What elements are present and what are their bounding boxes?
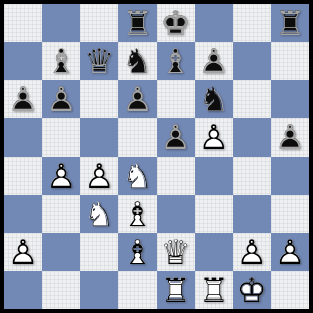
square-e7[interactable]: ♝♗ [157, 42, 195, 80]
piece-glyph-fill: ♟ [195, 118, 233, 156]
square-d1[interactable] [118, 271, 156, 309]
chess-board: ♜♖♚♔♜♖♝♗♛♕♞♘♝♗♟♙♟♙♟♙♟♙♞♘♟♙♟♙♟♙♟♙♟♙♞♘♞♘♝♗… [4, 4, 309, 309]
square-f2[interactable] [195, 233, 233, 271]
square-a1[interactable] [4, 271, 42, 309]
piece-glyph-fill: ♟ [271, 118, 309, 156]
square-g5[interactable] [233, 118, 271, 156]
square-d3[interactable]: ♝♗ [118, 195, 156, 233]
square-e6[interactable] [157, 80, 195, 118]
square-f8[interactable] [195, 4, 233, 42]
piece-glyph-fill: ♟ [42, 157, 80, 195]
piece-glyph-outline: ♗ [157, 42, 195, 80]
square-b2[interactable] [42, 233, 80, 271]
square-a2[interactable]: ♟♙ [4, 233, 42, 271]
piece-glyph-fill: ♜ [195, 271, 233, 309]
square-b5[interactable] [42, 118, 80, 156]
white-pawn[interactable]: ♟♙ [42, 157, 80, 195]
square-g4[interactable] [233, 157, 271, 195]
square-g6[interactable] [233, 80, 271, 118]
piece-glyph-outline: ♙ [4, 233, 42, 271]
piece-glyph-outline: ♖ [271, 4, 309, 42]
square-f6[interactable]: ♞♘ [195, 80, 233, 118]
square-c1[interactable] [80, 271, 118, 309]
white-king[interactable]: ♚♔ [233, 271, 271, 309]
square-f3[interactable] [195, 195, 233, 233]
piece-glyph-outline: ♗ [118, 233, 156, 271]
piece-glyph-fill: ♞ [195, 80, 233, 118]
square-a8[interactable] [4, 4, 42, 42]
piece-glyph-fill: ♟ [195, 42, 233, 80]
piece-glyph-fill: ♞ [118, 157, 156, 195]
square-e1[interactable]: ♜♖ [157, 271, 195, 309]
square-e8[interactable]: ♚♔ [157, 4, 195, 42]
piece-glyph-fill: ♞ [118, 42, 156, 80]
square-a5[interactable] [4, 118, 42, 156]
white-rook[interactable]: ♜♖ [157, 271, 195, 309]
piece-glyph-fill: ♟ [118, 80, 156, 118]
square-b6[interactable]: ♟♙ [42, 80, 80, 118]
piece-glyph-fill: ♟ [42, 80, 80, 118]
piece-glyph-outline: ♙ [157, 118, 195, 156]
square-h7[interactable] [271, 42, 309, 80]
black-pawn[interactable]: ♟♙ [42, 80, 80, 118]
piece-glyph-fill: ♟ [157, 118, 195, 156]
square-h8[interactable]: ♜♖ [271, 4, 309, 42]
white-queen[interactable]: ♛♕ [157, 233, 195, 271]
square-e2[interactable]: ♛♕ [157, 233, 195, 271]
square-e5[interactable]: ♟♙ [157, 118, 195, 156]
white-pawn[interactable]: ♟♙ [271, 233, 309, 271]
piece-glyph-outline: ♕ [80, 42, 118, 80]
black-bishop[interactable]: ♝♗ [42, 42, 80, 80]
square-g1[interactable]: ♚♔ [233, 271, 271, 309]
piece-glyph-outline: ♗ [42, 42, 80, 80]
square-g7[interactable] [233, 42, 271, 80]
piece-glyph-outline: ♗ [118, 195, 156, 233]
black-pawn[interactable]: ♟♙ [118, 80, 156, 118]
square-b3[interactable] [42, 195, 80, 233]
square-c3[interactable]: ♞♘ [80, 195, 118, 233]
square-c5[interactable] [80, 118, 118, 156]
black-rook[interactable]: ♜♖ [271, 4, 309, 42]
square-a4[interactable] [4, 157, 42, 195]
square-d7[interactable]: ♞♘ [118, 42, 156, 80]
piece-glyph-fill: ♛ [80, 42, 118, 80]
square-d8[interactable]: ♜♖ [118, 4, 156, 42]
piece-glyph-outline: ♙ [271, 233, 309, 271]
square-d4[interactable]: ♞♘ [118, 157, 156, 195]
square-a6[interactable]: ♟♙ [4, 80, 42, 118]
piece-glyph-fill: ♝ [157, 42, 195, 80]
white-knight[interactable]: ♞♘ [80, 195, 118, 233]
piece-glyph-fill: ♞ [80, 195, 118, 233]
square-h3[interactable] [271, 195, 309, 233]
black-knight[interactable]: ♞♘ [195, 80, 233, 118]
piece-glyph-outline: ♙ [195, 118, 233, 156]
black-bishop[interactable]: ♝♗ [157, 42, 195, 80]
white-rook[interactable]: ♜♖ [195, 271, 233, 309]
square-e3[interactable] [157, 195, 195, 233]
square-g3[interactable] [233, 195, 271, 233]
square-c4[interactable]: ♟♙ [80, 157, 118, 195]
piece-glyph-outline: ♖ [195, 271, 233, 309]
black-pawn[interactable]: ♟♙ [4, 80, 42, 118]
square-b1[interactable] [42, 271, 80, 309]
black-king[interactable]: ♚♔ [157, 4, 195, 42]
piece-glyph-outline: ♙ [42, 80, 80, 118]
white-pawn[interactable]: ♟♙ [80, 157, 118, 195]
piece-glyph-fill: ♜ [118, 4, 156, 42]
white-pawn[interactable]: ♟♙ [195, 118, 233, 156]
piece-glyph-fill: ♝ [42, 42, 80, 80]
piece-glyph-outline: ♙ [233, 233, 271, 271]
square-c6[interactable] [80, 80, 118, 118]
square-a7[interactable] [4, 42, 42, 80]
white-bishop[interactable]: ♝♗ [118, 195, 156, 233]
black-pawn[interactable]: ♟♙ [157, 118, 195, 156]
square-e4[interactable] [157, 157, 195, 195]
piece-glyph-outline: ♕ [157, 233, 195, 271]
white-knight[interactable]: ♞♘ [118, 157, 156, 195]
black-pawn[interactable]: ♟♙ [195, 42, 233, 80]
piece-glyph-outline: ♙ [271, 118, 309, 156]
square-c7[interactable]: ♛♕ [80, 42, 118, 80]
piece-glyph-fill: ♜ [271, 4, 309, 42]
square-f4[interactable] [195, 157, 233, 195]
square-g2[interactable]: ♟♙ [233, 233, 271, 271]
square-h4[interactable] [271, 157, 309, 195]
black-knight[interactable]: ♞♘ [118, 42, 156, 80]
piece-glyph-outline: ♘ [118, 157, 156, 195]
piece-glyph-fill: ♟ [271, 233, 309, 271]
square-f1[interactable]: ♜♖ [195, 271, 233, 309]
square-h1[interactable] [271, 271, 309, 309]
piece-glyph-outline: ♙ [80, 157, 118, 195]
piece-glyph-outline: ♔ [233, 271, 271, 309]
piece-glyph-fill: ♟ [4, 233, 42, 271]
piece-glyph-outline: ♙ [42, 157, 80, 195]
square-b7[interactable]: ♝♗ [42, 42, 80, 80]
piece-glyph-outline: ♙ [195, 42, 233, 80]
piece-glyph-outline: ♙ [4, 80, 42, 118]
square-h5[interactable]: ♟♙ [271, 118, 309, 156]
square-d2[interactable]: ♝♗ [118, 233, 156, 271]
piece-glyph-fill: ♚ [233, 271, 271, 309]
piece-glyph-outline: ♔ [157, 4, 195, 42]
black-queen[interactable]: ♛♕ [80, 42, 118, 80]
square-h6[interactable] [271, 80, 309, 118]
square-c8[interactable] [80, 4, 118, 42]
square-h2[interactable]: ♟♙ [271, 233, 309, 271]
square-f5[interactable]: ♟♙ [195, 118, 233, 156]
white-pawn[interactable]: ♟♙ [233, 233, 271, 271]
piece-glyph-outline: ♘ [80, 195, 118, 233]
black-rook[interactable]: ♜♖ [118, 4, 156, 42]
piece-glyph-fill: ♚ [157, 4, 195, 42]
piece-glyph-outline: ♘ [195, 80, 233, 118]
square-f7[interactable]: ♟♙ [195, 42, 233, 80]
square-b8[interactable] [42, 4, 80, 42]
piece-glyph-fill: ♛ [157, 233, 195, 271]
square-c2[interactable] [80, 233, 118, 271]
piece-glyph-outline: ♘ [118, 42, 156, 80]
square-d6[interactable]: ♟♙ [118, 80, 156, 118]
white-bishop[interactable]: ♝♗ [118, 233, 156, 271]
piece-glyph-outline: ♙ [118, 80, 156, 118]
piece-glyph-fill: ♟ [4, 80, 42, 118]
square-b4[interactable]: ♟♙ [42, 157, 80, 195]
square-g8[interactable] [233, 4, 271, 42]
square-d5[interactable] [118, 118, 156, 156]
piece-glyph-outline: ♖ [118, 4, 156, 42]
piece-glyph-fill: ♝ [118, 195, 156, 233]
piece-glyph-outline: ♖ [157, 271, 195, 309]
piece-glyph-fill: ♝ [118, 233, 156, 271]
piece-glyph-fill: ♟ [233, 233, 271, 271]
black-pawn[interactable]: ♟♙ [271, 118, 309, 156]
white-pawn[interactable]: ♟♙ [4, 233, 42, 271]
chess-board-frame: ♜♖♚♔♜♖♝♗♛♕♞♘♝♗♟♙♟♙♟♙♟♙♞♘♟♙♟♙♟♙♟♙♟♙♞♘♞♘♝♗… [0, 0, 313, 313]
piece-glyph-fill: ♜ [157, 271, 195, 309]
square-a3[interactable] [4, 195, 42, 233]
piece-glyph-fill: ♟ [80, 157, 118, 195]
